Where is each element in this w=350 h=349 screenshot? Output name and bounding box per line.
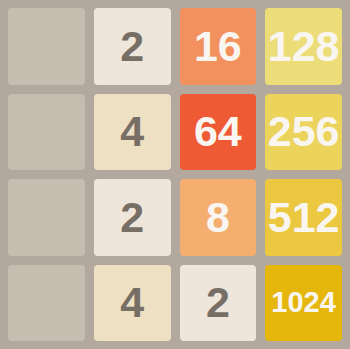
empty-cell-r4c1 xyxy=(8,265,85,342)
tile-8-r3c3: 8 xyxy=(180,179,257,256)
tile-128-r1c4: 128 xyxy=(265,8,342,85)
empty-cell-r1c1 xyxy=(8,8,85,85)
tile-512-r3c4: 512 xyxy=(265,179,342,256)
empty-cell-r2c1 xyxy=(8,94,85,171)
tile-4-r2c2: 4 xyxy=(94,94,171,171)
tile-16-r1c3: 16 xyxy=(180,8,257,85)
2048-board[interactable]: 21612846425628512421024 xyxy=(0,0,350,349)
tile-256-r2c4: 256 xyxy=(265,94,342,171)
tile-2-r1c2: 2 xyxy=(94,8,171,85)
tile-1024-r4c4: 1024 xyxy=(265,265,342,342)
tile-2-r3c2: 2 xyxy=(94,179,171,256)
tile-2-r4c3: 2 xyxy=(180,265,257,342)
empty-cell-r3c1 xyxy=(8,179,85,256)
tile-4-r4c2: 4 xyxy=(94,265,171,342)
tile-64-r2c3: 64 xyxy=(180,94,257,171)
